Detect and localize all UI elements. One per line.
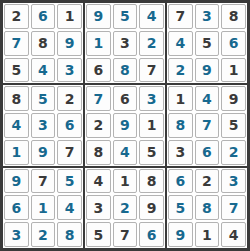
cell-r7c9[interactable]: 3	[221, 169, 246, 194]
cell-r1c7[interactable]: 7	[168, 4, 193, 29]
cell-r1c6[interactable]: 4	[139, 4, 164, 29]
cell-r3c2[interactable]: 4	[31, 58, 56, 83]
cell-r7c3[interactable]: 5	[57, 169, 82, 194]
cell-r1c1[interactable]: 2	[4, 4, 29, 29]
box-5: 763291845	[84, 84, 166, 166]
cell-r4c1[interactable]: 8	[4, 86, 29, 111]
cell-r1c9[interactable]: 8	[221, 4, 246, 29]
cell-r6c2[interactable]: 9	[31, 140, 56, 165]
cell-r5c6[interactable]: 1	[139, 113, 164, 138]
cell-r5c2[interactable]: 3	[31, 113, 56, 138]
box-3: 738456291	[166, 2, 248, 84]
cell-r3c5[interactable]: 8	[113, 58, 138, 83]
cell-r2c7[interactable]: 4	[168, 31, 193, 56]
cell-r5c3[interactable]: 6	[57, 113, 82, 138]
cell-r9c1[interactable]: 3	[4, 222, 29, 247]
box-7: 975614328	[2, 167, 84, 249]
cell-r6c7[interactable]: 3	[168, 140, 193, 165]
cell-r2c5[interactable]: 3	[113, 31, 138, 56]
cell-r8c6[interactable]: 9	[139, 195, 164, 220]
box-8: 418329576	[84, 167, 166, 249]
cell-r8c4[interactable]: 3	[86, 195, 111, 220]
cell-r8c1[interactable]: 6	[4, 195, 29, 220]
cell-r7c4[interactable]: 4	[86, 169, 111, 194]
cell-r2c1[interactable]: 7	[4, 31, 29, 56]
cell-r1c5[interactable]: 5	[113, 4, 138, 29]
cell-r5c9[interactable]: 5	[221, 113, 246, 138]
cell-r5c7[interactable]: 8	[168, 113, 193, 138]
cell-r2c2[interactable]: 8	[31, 31, 56, 56]
cell-r1c8[interactable]: 3	[195, 4, 220, 29]
box-2: 954132687	[84, 2, 166, 84]
cell-r4c6[interactable]: 3	[139, 86, 164, 111]
cell-r7c6[interactable]: 8	[139, 169, 164, 194]
cell-r9c9[interactable]: 4	[221, 222, 246, 247]
cell-r9c5[interactable]: 7	[113, 222, 138, 247]
cell-r5c5[interactable]: 9	[113, 113, 138, 138]
box-9: 623587914	[166, 167, 248, 249]
cell-r8c5[interactable]: 2	[113, 195, 138, 220]
box-1: 261789543	[2, 2, 84, 84]
cell-r4c8[interactable]: 4	[195, 86, 220, 111]
cell-r4c2[interactable]: 5	[31, 86, 56, 111]
cell-r8c8[interactable]: 8	[195, 195, 220, 220]
cell-r9c6[interactable]: 6	[139, 222, 164, 247]
cell-r1c4[interactable]: 9	[86, 4, 111, 29]
cell-r8c9[interactable]: 7	[221, 195, 246, 220]
cell-r3c3[interactable]: 3	[57, 58, 82, 83]
cell-r9c8[interactable]: 1	[195, 222, 220, 247]
box-4: 852436197	[2, 84, 84, 166]
cell-r3c9[interactable]: 1	[221, 58, 246, 83]
cell-r8c7[interactable]: 5	[168, 195, 193, 220]
cell-r9c7[interactable]: 9	[168, 222, 193, 247]
cell-r3c8[interactable]: 9	[195, 58, 220, 83]
cell-r2c6[interactable]: 2	[139, 31, 164, 56]
cell-r3c1[interactable]: 5	[4, 58, 29, 83]
cell-r6c1[interactable]: 1	[4, 140, 29, 165]
cell-r9c4[interactable]: 5	[86, 222, 111, 247]
cell-r6c6[interactable]: 5	[139, 140, 164, 165]
cell-r6c4[interactable]: 8	[86, 140, 111, 165]
cell-r6c8[interactable]: 6	[195, 140, 220, 165]
cell-r7c5[interactable]: 1	[113, 169, 138, 194]
cell-r9c3[interactable]: 8	[57, 222, 82, 247]
cell-r6c5[interactable]: 4	[113, 140, 138, 165]
cell-r3c7[interactable]: 2	[168, 58, 193, 83]
cell-r4c7[interactable]: 1	[168, 86, 193, 111]
cell-r2c9[interactable]: 6	[221, 31, 246, 56]
cell-r5c8[interactable]: 7	[195, 113, 220, 138]
cell-r2c3[interactable]: 9	[57, 31, 82, 56]
cell-r8c2[interactable]: 1	[31, 195, 56, 220]
cell-r7c7[interactable]: 6	[168, 169, 193, 194]
cell-r4c9[interactable]: 9	[221, 86, 246, 111]
cell-r7c2[interactable]: 7	[31, 169, 56, 194]
cell-r4c5[interactable]: 6	[113, 86, 138, 111]
cell-r4c4[interactable]: 7	[86, 86, 111, 111]
cell-r9c2[interactable]: 2	[31, 222, 56, 247]
cell-r3c6[interactable]: 7	[139, 58, 164, 83]
cell-r5c4[interactable]: 2	[86, 113, 111, 138]
cell-r3c4[interactable]: 6	[86, 58, 111, 83]
cell-r6c3[interactable]: 7	[57, 140, 82, 165]
cell-r7c1[interactable]: 9	[4, 169, 29, 194]
cell-r7c8[interactable]: 2	[195, 169, 220, 194]
cell-r2c4[interactable]: 1	[86, 31, 111, 56]
cell-r1c2[interactable]: 6	[31, 4, 56, 29]
cell-r6c9[interactable]: 2	[221, 140, 246, 165]
box-6: 149875362	[166, 84, 248, 166]
cell-r1c3[interactable]: 1	[57, 4, 82, 29]
cell-r4c3[interactable]: 2	[57, 86, 82, 111]
cell-r2c8[interactable]: 5	[195, 31, 220, 56]
sudoku-board: 2617895439541326877384562918524361977632…	[0, 0, 250, 251]
cell-r5c1[interactable]: 4	[4, 113, 29, 138]
cell-r8c3[interactable]: 4	[57, 195, 82, 220]
